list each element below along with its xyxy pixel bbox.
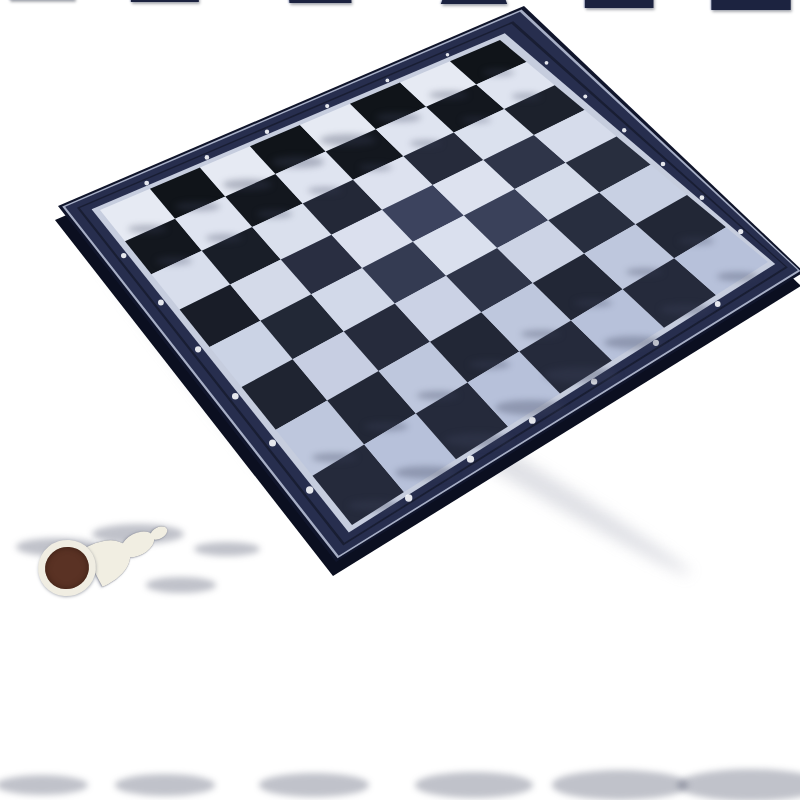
frame-dot: [269, 440, 276, 447]
piece-shadow: [604, 336, 663, 349]
piece-shadow: [410, 140, 441, 147]
piece-shadow: [320, 134, 376, 146]
frame-dot: [700, 195, 705, 200]
piece-shadow: [206, 234, 242, 242]
frame-dot: [205, 155, 210, 160]
frame-dot: [622, 128, 626, 132]
piece-shadow: [259, 773, 369, 797]
frame-dot: [715, 301, 721, 307]
frame-dot: [405, 494, 412, 501]
lineup-piece-black-pawn: ♟: [0, 0, 92, 31]
piece-shadow: [257, 210, 292, 218]
piece-shadow: [552, 770, 689, 800]
piece-shadow: [512, 93, 541, 99]
piece-shadow: [272, 156, 324, 167]
piece-shadow: [415, 772, 533, 798]
piece-shadow: [495, 400, 564, 415]
piece-shadow: [146, 577, 217, 592]
frame-dot: [661, 162, 666, 167]
piece-shadow: [660, 304, 711, 315]
lineup-piece-black-king: ♚: [672, 0, 800, 60]
frame-dot: [158, 300, 164, 306]
piece-shadow: [194, 542, 260, 556]
piece-shadow: [677, 769, 800, 800]
piece-shadow: [223, 179, 272, 190]
frame-dot: [386, 79, 390, 83]
lineup-piece-black-bishop: ♝: [411, 0, 538, 45]
frame-dot: [306, 486, 313, 493]
piece-shadow: [376, 113, 420, 123]
frame-dot: [265, 130, 269, 134]
frame-dot: [325, 104, 329, 108]
piece-shadow: [115, 774, 216, 796]
product-photo: ♜♞♝♛♚♝♞♜♟♟♟♟♟♟♟♟♟♟♟♟♟♟♟♟♜♞♝♛♚♝♞♜ ♛♚♜♞♟ ♟…: [0, 0, 800, 800]
piece-shadow: [359, 164, 391, 171]
frame-dot: [583, 95, 587, 99]
frame-dot: [232, 393, 239, 400]
lineup-piece-black-rook: ♜: [111, 0, 219, 36]
piece-shadow: [544, 367, 619, 383]
lineup-piece-black-knight: ♞: [255, 0, 373, 40]
frame-dot: [121, 253, 126, 258]
frame-dot: [467, 456, 474, 463]
frame-dot: [738, 229, 743, 234]
frame-dot: [195, 346, 201, 352]
frame-dot: [529, 417, 536, 424]
frame-dot: [144, 181, 149, 186]
piece-shadow: [128, 225, 167, 233]
